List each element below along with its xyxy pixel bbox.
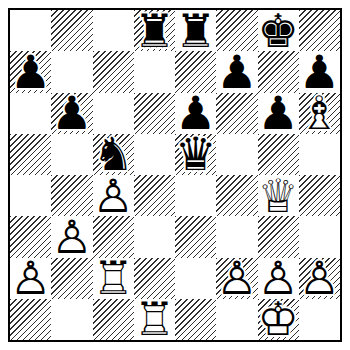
white-pawn-icon: ♙: [216, 258, 257, 299]
square-e6[interactable]: ♟♟: [175, 93, 216, 134]
square-e1[interactable]: [175, 299, 216, 340]
square-h2[interactable]: ♟♙: [299, 258, 340, 299]
white-pawn-halo: ♟: [93, 175, 134, 216]
square-g1[interactable]: ♚♔: [258, 299, 299, 340]
square-h7[interactable]: ♟♟: [299, 51, 340, 92]
square-c6[interactable]: [93, 93, 134, 134]
square-g6[interactable]: ♟♟: [258, 93, 299, 134]
white-rook-icon: ♖: [93, 258, 134, 299]
black-pawn-halo: ♟: [10, 51, 51, 92]
square-b5[interactable]: [51, 134, 92, 175]
square-d6[interactable]: [134, 93, 175, 134]
white-pawn-halo: ♟: [216, 258, 257, 299]
black-rook-icon: ♜: [175, 10, 216, 51]
white-bishop-halo: ♝: [299, 93, 340, 134]
white-pawn-icon: ♙: [93, 175, 134, 216]
square-a5[interactable]: [10, 134, 51, 175]
white-king-halo: ♚: [258, 299, 299, 340]
white-rook-halo: ♜: [134, 299, 175, 340]
square-a2[interactable]: ♟♙: [10, 258, 51, 299]
white-rook-icon: ♖: [134, 299, 175, 340]
square-e5[interactable]: ♛♛: [175, 134, 216, 175]
square-c5[interactable]: ♞♞: [93, 134, 134, 175]
square-f8[interactable]: [216, 10, 257, 51]
square-b7[interactable]: [51, 51, 92, 92]
white-pawn-icon: ♙: [299, 258, 340, 299]
square-g8[interactable]: ♚♚: [258, 10, 299, 51]
square-c7[interactable]: [93, 51, 134, 92]
white-queen-icon: ♕: [258, 175, 299, 216]
square-d7[interactable]: [134, 51, 175, 92]
black-rook-icon: ♜: [134, 10, 175, 51]
square-g2[interactable]: ♟♙: [258, 258, 299, 299]
square-d5[interactable]: [134, 134, 175, 175]
chessboard: ♜♜♜♜♚♚♟♟♟♟♟♟♟♟♟♟♟♟♝♗♞♞♛♛♟♙♛♕♟♙♟♙♜♖♟♙♟♙♟♙…: [8, 8, 342, 342]
black-pawn-icon: ♟: [216, 51, 257, 92]
square-h4[interactable]: [299, 175, 340, 216]
white-pawn-icon: ♙: [10, 258, 51, 299]
white-pawn-halo: ♟: [10, 258, 51, 299]
square-e8[interactable]: ♜♜: [175, 10, 216, 51]
white-queen-halo: ♛: [258, 175, 299, 216]
square-c4[interactable]: ♟♙: [93, 175, 134, 216]
square-e4[interactable]: [175, 175, 216, 216]
white-pawn-halo: ♟: [299, 258, 340, 299]
square-e7[interactable]: [175, 51, 216, 92]
white-king-icon: ♔: [258, 299, 299, 340]
square-f4[interactable]: [216, 175, 257, 216]
black-pawn-icon: ♟: [258, 93, 299, 134]
square-a6[interactable]: [10, 93, 51, 134]
square-b1[interactable]: [51, 299, 92, 340]
white-bishop-icon: ♗: [299, 93, 340, 134]
square-b6[interactable]: ♟♟: [51, 93, 92, 134]
square-b4[interactable]: [51, 175, 92, 216]
square-d1[interactable]: ♜♖: [134, 299, 175, 340]
square-a7[interactable]: ♟♟: [10, 51, 51, 92]
square-f6[interactable]: [216, 93, 257, 134]
black-pawn-halo: ♟: [175, 93, 216, 134]
black-pawn-halo: ♟: [216, 51, 257, 92]
white-pawn-halo: ♟: [51, 216, 92, 257]
square-g5[interactable]: [258, 134, 299, 175]
square-f5[interactable]: [216, 134, 257, 175]
square-f2[interactable]: ♟♙: [216, 258, 257, 299]
square-c2[interactable]: ♜♖: [93, 258, 134, 299]
square-a4[interactable]: [10, 175, 51, 216]
square-d3[interactable]: [134, 216, 175, 257]
white-pawn-icon: ♙: [258, 258, 299, 299]
black-pawn-icon: ♟: [299, 51, 340, 92]
square-f7[interactable]: ♟♟: [216, 51, 257, 92]
black-queen-icon: ♛: [175, 134, 216, 175]
black-rook-halo: ♜: [175, 10, 216, 51]
square-b3[interactable]: ♟♙: [51, 216, 92, 257]
black-pawn-icon: ♟: [10, 51, 51, 92]
black-rook-halo: ♜: [134, 10, 175, 51]
square-f3[interactable]: [216, 216, 257, 257]
square-g4[interactable]: ♛♕: [258, 175, 299, 216]
square-b2[interactable]: [51, 258, 92, 299]
chessboard-grid: ♜♜♜♜♚♚♟♟♟♟♟♟♟♟♟♟♟♟♝♗♞♞♛♛♟♙♛♕♟♙♟♙♜♖♟♙♟♙♟♙…: [10, 10, 340, 340]
black-knight-icon: ♞: [93, 134, 134, 175]
square-h8[interactable]: [299, 10, 340, 51]
black-queen-halo: ♛: [175, 134, 216, 175]
black-pawn-halo: ♟: [258, 93, 299, 134]
square-c3[interactable]: [93, 216, 134, 257]
white-pawn-halo: ♟: [258, 258, 299, 299]
black-pawn-icon: ♟: [175, 93, 216, 134]
black-pawn-halo: ♟: [299, 51, 340, 92]
square-d4[interactable]: [134, 175, 175, 216]
square-a3[interactable]: [10, 216, 51, 257]
black-king-icon: ♚: [258, 10, 299, 51]
black-pawn-icon: ♟: [51, 93, 92, 134]
square-e3[interactable]: [175, 216, 216, 257]
white-rook-halo: ♜: [93, 258, 134, 299]
square-h3[interactable]: [299, 216, 340, 257]
square-a1[interactable]: [10, 299, 51, 340]
square-g3[interactable]: [258, 216, 299, 257]
square-h1[interactable]: [299, 299, 340, 340]
square-c1[interactable]: [93, 299, 134, 340]
white-pawn-icon: ♙: [51, 216, 92, 257]
black-pawn-halo: ♟: [51, 93, 92, 134]
square-d8[interactable]: ♜♜: [134, 10, 175, 51]
square-e2[interactable]: [175, 258, 216, 299]
black-king-halo: ♚: [258, 10, 299, 51]
square-b8[interactable]: [51, 10, 92, 51]
square-a8[interactable]: [10, 10, 51, 51]
square-h6[interactable]: ♝♗: [299, 93, 340, 134]
square-h5[interactable]: [299, 134, 340, 175]
square-g7[interactable]: [258, 51, 299, 92]
black-knight-halo: ♞: [93, 134, 134, 175]
chess-diagram-page: ♜♜♜♜♚♚♟♟♟♟♟♟♟♟♟♟♟♟♝♗♞♞♛♛♟♙♛♕♟♙♟♙♜♖♟♙♟♙♟♙…: [0, 0, 350, 350]
square-d2[interactable]: [134, 258, 175, 299]
square-f1[interactable]: [216, 299, 257, 340]
square-c8[interactable]: [93, 10, 134, 51]
